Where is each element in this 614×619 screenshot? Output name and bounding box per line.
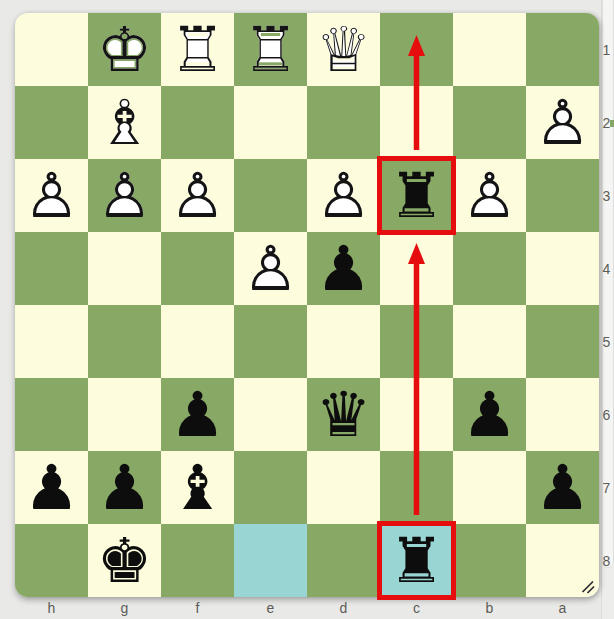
rank-label-6: 6	[599, 378, 614, 451]
square-e8[interactable]	[234, 524, 307, 597]
square-d7[interactable]	[307, 451, 380, 524]
square-c4[interactable]	[380, 232, 453, 305]
square-g1[interactable]: ♚♔	[88, 13, 161, 86]
square-b3[interactable]: ♟♙	[453, 159, 526, 232]
rank-label-8: 8	[599, 524, 614, 597]
black-bishop[interactable]: ♝	[170, 457, 226, 519]
square-a2[interactable]: ♟♙	[526, 86, 599, 159]
piece-outline: ♙	[462, 165, 518, 227]
square-e5[interactable]	[234, 305, 307, 378]
black-king[interactable]: ♚	[97, 530, 153, 592]
black-queen[interactable]: ♛	[316, 384, 372, 446]
piece-outline: ♙	[243, 238, 299, 300]
square-h7[interactable]: ♟	[15, 451, 88, 524]
square-g4[interactable]	[88, 232, 161, 305]
file-label-f: f	[161, 599, 234, 618]
square-c2[interactable]	[380, 86, 453, 159]
black-pawn[interactable]: ♟	[535, 457, 591, 519]
black-pawn[interactable]: ♟	[170, 384, 226, 446]
square-e3[interactable]	[234, 159, 307, 232]
square-g5[interactable]	[88, 305, 161, 378]
square-f6[interactable]: ♟	[161, 378, 234, 451]
square-f4[interactable]	[161, 232, 234, 305]
square-c1[interactable]	[380, 13, 453, 86]
square-h5[interactable]	[15, 305, 88, 378]
white-rook[interactable]: ♜♖	[170, 19, 226, 81]
square-b6[interactable]: ♟	[453, 378, 526, 451]
page: ♚♔♜♖♜♖♛♕♝♗♟♙♟♙♟♙♟♙♟♙♜♟♙♟♙♟♟♛♟♟♟♝♟♚♜ hgfe…	[0, 0, 614, 619]
white-pawn[interactable]: ♟♙	[97, 165, 153, 227]
piece-outline: ♙	[316, 165, 372, 227]
piece-outline: ♙	[170, 165, 226, 227]
rank-label-7: 7	[599, 451, 614, 524]
black-pawn[interactable]: ♟	[24, 457, 80, 519]
square-c3[interactable]: ♜	[380, 159, 453, 232]
square-e4[interactable]: ♟♙	[234, 232, 307, 305]
square-h6[interactable]	[15, 378, 88, 451]
white-pawn[interactable]: ♟♙	[24, 165, 80, 227]
square-c6[interactable]	[380, 378, 453, 451]
square-h8[interactable]	[15, 524, 88, 597]
square-f2[interactable]	[161, 86, 234, 159]
white-pawn[interactable]: ♟♙	[316, 165, 372, 227]
piece-outline: ♔	[97, 19, 153, 81]
square-f3[interactable]: ♟♙	[161, 159, 234, 232]
piece-outline: ♙	[97, 165, 153, 227]
square-d4[interactable]: ♟	[307, 232, 380, 305]
black-pawn[interactable]: ♟	[462, 384, 518, 446]
square-a4[interactable]	[526, 232, 599, 305]
white-bishop[interactable]: ♝♗	[97, 92, 153, 154]
square-d8[interactable]	[307, 524, 380, 597]
piece-outline: ♖	[243, 19, 299, 81]
square-a3[interactable]	[526, 159, 599, 232]
file-label-g: g	[88, 599, 161, 618]
square-c8[interactable]: ♜	[380, 524, 453, 597]
square-f5[interactable]	[161, 305, 234, 378]
square-h4[interactable]	[15, 232, 88, 305]
square-b2[interactable]	[453, 86, 526, 159]
black-rook[interactable]: ♜	[389, 165, 445, 227]
white-queen[interactable]: ♛♕	[316, 19, 372, 81]
white-pawn[interactable]: ♟♙	[535, 92, 591, 154]
square-b4[interactable]	[453, 232, 526, 305]
square-f1[interactable]: ♜♖	[161, 13, 234, 86]
rank-label-2: 2	[599, 86, 614, 159]
piece-outline: ♙	[24, 165, 80, 227]
square-g7[interactable]: ♟	[88, 451, 161, 524]
black-pawn[interactable]: ♟	[97, 457, 153, 519]
piece-outline: ♕	[316, 19, 372, 81]
white-pawn[interactable]: ♟♙	[462, 165, 518, 227]
file-label-h: h	[15, 599, 88, 618]
square-c7[interactable]	[380, 451, 453, 524]
square-e2[interactable]	[234, 86, 307, 159]
black-pawn[interactable]: ♟	[316, 238, 372, 300]
square-b8[interactable]	[453, 524, 526, 597]
piece-outline: ♙	[535, 92, 591, 154]
square-e7[interactable]	[234, 451, 307, 524]
square-f8[interactable]	[161, 524, 234, 597]
square-g3[interactable]: ♟♙	[88, 159, 161, 232]
file-label-e: e	[234, 599, 307, 618]
square-g6[interactable]	[88, 378, 161, 451]
resize-grip-icon[interactable]	[579, 578, 596, 595]
square-a5[interactable]	[526, 305, 599, 378]
black-rook[interactable]: ♜	[389, 530, 445, 592]
square-e1[interactable]: ♜♖	[234, 13, 307, 86]
square-a6[interactable]	[526, 378, 599, 451]
file-label-c: c	[380, 599, 453, 618]
square-e6[interactable]	[234, 378, 307, 451]
piece-outline: ♗	[97, 92, 153, 154]
white-pawn[interactable]: ♟♙	[243, 238, 299, 300]
square-d3[interactable]: ♟♙	[307, 159, 380, 232]
square-d1[interactable]: ♛♕	[307, 13, 380, 86]
file-label-b: b	[453, 599, 526, 618]
rank-label-4: 4	[599, 232, 614, 305]
square-b1[interactable]	[453, 13, 526, 86]
square-b7[interactable]	[453, 451, 526, 524]
file-label-a: a	[526, 599, 599, 618]
file-label-d: d	[307, 599, 380, 618]
white-king[interactable]: ♚♔	[97, 19, 153, 81]
square-f7[interactable]: ♝	[161, 451, 234, 524]
piece-outline: ♖	[170, 19, 226, 81]
rank-label-3: 3	[599, 159, 614, 232]
square-h1[interactable]	[15, 13, 88, 86]
white-pawn[interactable]: ♟♙	[170, 165, 226, 227]
white-rook[interactable]: ♜♖	[243, 19, 299, 81]
square-a7[interactable]: ♟	[526, 451, 599, 524]
square-h3[interactable]: ♟♙	[15, 159, 88, 232]
square-g8[interactable]: ♚	[88, 524, 161, 597]
square-a1[interactable]	[526, 13, 599, 86]
square-g2[interactable]: ♝♗	[88, 86, 161, 159]
rank-label-5: 5	[599, 305, 614, 378]
square-b5[interactable]	[453, 305, 526, 378]
square-d5[interactable]	[307, 305, 380, 378]
chess-board-container: ♚♔♜♖♜♖♛♕♝♗♟♙♟♙♟♙♟♙♟♙♜♟♙♟♙♟♟♛♟♟♟♝♟♚♜	[15, 13, 599, 597]
square-d6[interactable]: ♛	[307, 378, 380, 451]
chess-board[interactable]: ♚♔♜♖♜♖♛♕♝♗♟♙♟♙♟♙♟♙♟♙♜♟♙♟♙♟♟♛♟♟♟♝♟♚♜	[15, 13, 599, 597]
rank-label-1: 1	[599, 13, 614, 86]
square-d2[interactable]	[307, 86, 380, 159]
square-h2[interactable]	[15, 86, 88, 159]
square-c5[interactable]	[380, 305, 453, 378]
